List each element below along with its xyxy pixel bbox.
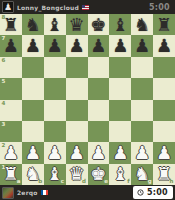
white-pawn-piece: ♟ (134, 143, 150, 161)
black-rook-piece: ♜ (3, 15, 19, 33)
rank-label-1: 1 (2, 165, 6, 171)
square-d2[interactable]: ♟ (66, 142, 88, 163)
square-e3[interactable] (88, 121, 110, 142)
top-player-bar: ♟ Lonny_Bongcloud 5:00 (0, 0, 175, 14)
white-king-piece: ♚ (90, 165, 106, 183)
square-b6[interactable] (22, 57, 44, 78)
white-bishop-piece: ♝ (112, 165, 128, 183)
black-knight-piece: ♞ (134, 15, 150, 33)
square-d1[interactable]: d♛ (66, 164, 88, 185)
square-a8[interactable]: 8♜ (0, 14, 22, 35)
square-a5[interactable]: 5 (0, 78, 22, 99)
square-e2[interactable]: ♟ (88, 142, 110, 163)
black-pawn-piece: ♟ (134, 37, 150, 55)
square-c5[interactable] (44, 78, 66, 99)
black-pawn-piece: ♟ (90, 37, 106, 55)
file-label-h: h (170, 179, 174, 185)
square-f3[interactable] (109, 121, 131, 142)
square-e5[interactable] (88, 78, 110, 99)
black-bishop-piece: ♝ (47, 15, 63, 33)
square-f7[interactable]: ♟ (109, 35, 131, 56)
white-pawn-piece: ♟ (112, 143, 128, 161)
square-d7[interactable]: ♟ (66, 35, 88, 56)
white-queen-piece: ♛ (68, 165, 84, 183)
white-pawn-piece: ♟ (156, 143, 172, 161)
square-g2[interactable]: ♟ (131, 142, 153, 163)
square-d4[interactable] (66, 100, 88, 121)
bottom-player-bar: 2erqo 5:00 (0, 185, 175, 200)
square-c7[interactable]: ♟ (44, 35, 66, 56)
bottom-player-flag-icon (41, 190, 48, 195)
black-pawn-piece: ♟ (112, 37, 128, 55)
square-b5[interactable] (22, 78, 44, 99)
square-f2[interactable]: ♟ (109, 142, 131, 163)
black-pawn-piece: ♟ (47, 37, 63, 55)
square-b7[interactable]: ♟ (22, 35, 44, 56)
square-b1[interactable]: b♞ (22, 164, 44, 185)
square-g5[interactable] (131, 78, 153, 99)
file-label-g: g (148, 179, 152, 185)
top-player-clock: 5:00 (146, 1, 173, 14)
bottom-player-clock-time: 5:00 (147, 188, 168, 197)
white-knight-piece: ♞ (25, 165, 41, 183)
top-player-name[interactable]: Lonny_Bongcloud (17, 4, 79, 11)
square-c4[interactable] (44, 100, 66, 121)
black-pawn-piece: ♟ (3, 37, 19, 55)
square-e4[interactable] (88, 100, 110, 121)
square-h1[interactable]: h♜ (153, 164, 175, 185)
square-a2[interactable]: 2♟ (0, 142, 22, 163)
bottom-player-name[interactable]: 2erqo (17, 189, 38, 196)
square-f6[interactable] (109, 57, 131, 78)
rank-label-2: 2 (2, 143, 6, 149)
square-c3[interactable] (44, 121, 66, 142)
square-h6[interactable] (153, 57, 175, 78)
square-f8[interactable]: ♝ (109, 14, 131, 35)
white-rook-piece: ♜ (3, 165, 19, 183)
square-e7[interactable]: ♟ (88, 35, 110, 56)
black-queen-piece: ♛ (68, 15, 84, 33)
rank-label-4: 4 (2, 101, 6, 107)
square-b2[interactable]: ♟ (22, 142, 44, 163)
rank-label-8: 8 (2, 15, 6, 21)
square-h3[interactable] (153, 121, 175, 142)
square-h2[interactable]: ♟ (153, 142, 175, 163)
square-c8[interactable]: ♝ (44, 14, 66, 35)
white-pawn-piece: ♟ (3, 143, 19, 161)
white-pawn-piece: ♟ (68, 143, 84, 161)
rank-label-6: 6 (2, 58, 6, 64)
white-knight-piece: ♞ (134, 165, 150, 183)
square-b3[interactable] (22, 121, 44, 142)
avatar-piece-icon: ♟ (4, 1, 12, 13)
black-bishop-piece: ♝ (112, 15, 128, 33)
clock-icon (137, 189, 144, 196)
chess-board: 8♜♞♝♛♚♝♞♜7♟♟♟♟♟♟♟♟65432♟♟♟♟♟♟♟♟1a♜b♞c♝d♛… (0, 14, 175, 185)
square-f1[interactable]: f♝ (109, 164, 131, 185)
square-c2[interactable]: ♟ (44, 142, 66, 163)
square-g7[interactable]: ♟ (131, 35, 153, 56)
file-label-d: d (82, 179, 86, 185)
file-label-f: f (127, 179, 129, 185)
white-bishop-piece: ♝ (47, 165, 63, 183)
rank-label-5: 5 (2, 79, 6, 85)
square-f4[interactable] (109, 100, 131, 121)
square-g4[interactable] (131, 100, 153, 121)
file-label-e: e (104, 179, 108, 185)
square-a3[interactable]: 3 (0, 121, 22, 142)
square-a6[interactable]: 6 (0, 57, 22, 78)
square-d3[interactable] (66, 121, 88, 142)
square-g1[interactable]: g♞ (131, 164, 153, 185)
square-d5[interactable] (66, 78, 88, 99)
square-a4[interactable]: 4 (0, 100, 22, 121)
square-c6[interactable] (44, 57, 66, 78)
file-label-b: b (38, 179, 42, 185)
black-pawn-piece: ♟ (25, 37, 41, 55)
square-g6[interactable] (131, 57, 153, 78)
square-b4[interactable] (22, 100, 44, 121)
bottom-player-avatar[interactable] (2, 187, 14, 199)
square-g3[interactable] (131, 121, 153, 142)
square-f5[interactable] (109, 78, 131, 99)
white-rook-piece: ♜ (156, 165, 172, 183)
square-b8[interactable]: ♞ (22, 14, 44, 35)
rank-label-7: 7 (2, 36, 6, 42)
white-pawn-piece: ♟ (47, 143, 63, 161)
black-rook-piece: ♜ (156, 15, 172, 33)
black-pawn-piece: ♟ (68, 37, 84, 55)
top-player-flag-icon (82, 5, 89, 10)
square-h7[interactable]: ♟ (153, 35, 175, 56)
square-h8[interactable]: ♜ (153, 14, 175, 35)
top-player-avatar[interactable]: ♟ (2, 1, 14, 13)
white-pawn-piece: ♟ (25, 143, 41, 161)
square-a7[interactable]: 7♟ (0, 35, 22, 56)
square-e6[interactable] (88, 57, 110, 78)
file-label-a: a (17, 179, 21, 185)
black-pawn-piece: ♟ (156, 37, 172, 55)
square-d8[interactable]: ♛ (66, 14, 88, 35)
square-e1[interactable]: e♚ (88, 164, 110, 185)
white-pawn-piece: ♟ (90, 143, 106, 161)
square-h4[interactable] (153, 100, 175, 121)
square-d6[interactable] (66, 57, 88, 78)
rank-label-3: 3 (2, 122, 6, 128)
file-label-c: c (61, 179, 64, 185)
square-c1[interactable]: c♝ (44, 164, 66, 185)
black-knight-piece: ♞ (25, 15, 41, 33)
bottom-player-clock: 5:00 (133, 186, 173, 199)
square-g8[interactable]: ♞ (131, 14, 153, 35)
black-king-piece: ♚ (90, 15, 106, 33)
square-e8[interactable]: ♚ (88, 14, 110, 35)
square-a1[interactable]: 1a♜ (0, 164, 22, 185)
square-h5[interactable] (153, 78, 175, 99)
